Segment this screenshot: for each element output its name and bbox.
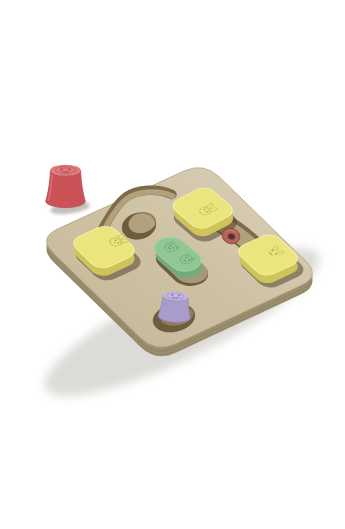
product-photo-scene bbox=[0, 0, 345, 529]
red-cone-peg[interactable] bbox=[46, 165, 86, 208]
